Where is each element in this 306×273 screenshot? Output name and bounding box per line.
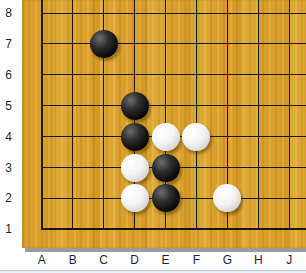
row-label-3: 3 bbox=[0, 160, 17, 176]
stone-white-E4[interactable] bbox=[152, 123, 180, 151]
grid-hline-6 bbox=[42, 74, 306, 75]
row-label-2: 2 bbox=[0, 190, 17, 206]
row-label-7: 7 bbox=[0, 36, 17, 52]
col-label-F: F bbox=[186, 253, 206, 268]
go-board[interactable] bbox=[22, 0, 306, 248]
row-label-8: 8 bbox=[0, 5, 17, 21]
col-label-G: G bbox=[217, 253, 237, 268]
stone-white-D2[interactable] bbox=[121, 184, 149, 212]
stone-white-G2[interactable] bbox=[213, 184, 241, 212]
col-label-E: E bbox=[156, 253, 176, 268]
grid-hline-7 bbox=[42, 43, 306, 44]
row-label-6: 6 bbox=[0, 67, 17, 83]
stone-white-F4[interactable] bbox=[182, 123, 210, 151]
col-label-A: A bbox=[32, 253, 52, 268]
row-label-1: 1 bbox=[0, 221, 17, 237]
grid-vline-F bbox=[196, 0, 197, 230]
stone-black-E2[interactable] bbox=[152, 184, 180, 212]
board-drop-shadow bbox=[25, 248, 306, 252]
stone-black-D4[interactable] bbox=[121, 123, 149, 151]
col-label-D: D bbox=[125, 253, 145, 268]
stone-black-E3[interactable] bbox=[152, 154, 180, 182]
stone-black-C7[interactable] bbox=[90, 30, 118, 58]
col-label-J: J bbox=[279, 253, 299, 268]
grid-vline-A bbox=[41, 0, 43, 230]
stone-white-D3[interactable] bbox=[121, 154, 149, 182]
grid-hline-8 bbox=[42, 13, 306, 14]
row-label-4: 4 bbox=[0, 129, 17, 145]
row-label-5: 5 bbox=[0, 98, 17, 114]
grid-vline-J bbox=[289, 0, 290, 230]
go-app-view: 87654321 ABCDEFGHJ bbox=[0, 0, 306, 273]
col-label-B: B bbox=[63, 253, 83, 268]
grid-hline-1 bbox=[42, 228, 306, 230]
grid-hline-5 bbox=[42, 105, 306, 106]
stone-black-D5[interactable] bbox=[121, 92, 149, 120]
grid-vline-H bbox=[258, 0, 259, 230]
grid-vline-B bbox=[72, 0, 73, 230]
col-label-C: C bbox=[94, 253, 114, 268]
col-label-H: H bbox=[248, 253, 268, 268]
